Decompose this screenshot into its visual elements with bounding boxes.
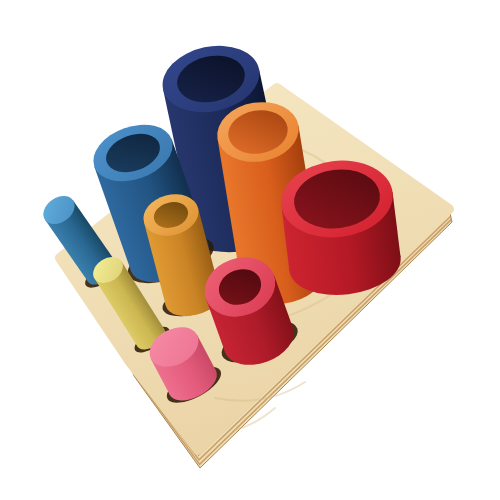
- scene: [0, 0, 500, 500]
- product-photo: [0, 0, 500, 500]
